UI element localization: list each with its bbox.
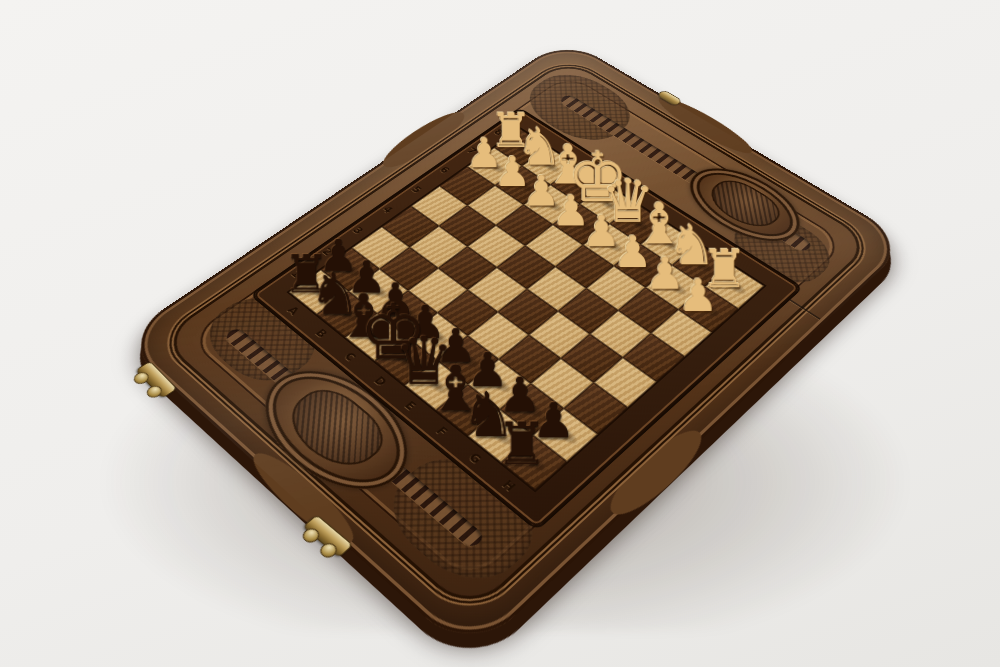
black-rook-glyph: ♜ xyxy=(496,415,548,473)
photo-stage: ABCDEFGH12345678 ♜♞♝♚♛♝♞♜♟♟♟♟♟♟♟♟♟♟♟♟♟♟♟… xyxy=(0,0,1000,667)
white-pawn-glyph: ♟ xyxy=(678,273,718,318)
